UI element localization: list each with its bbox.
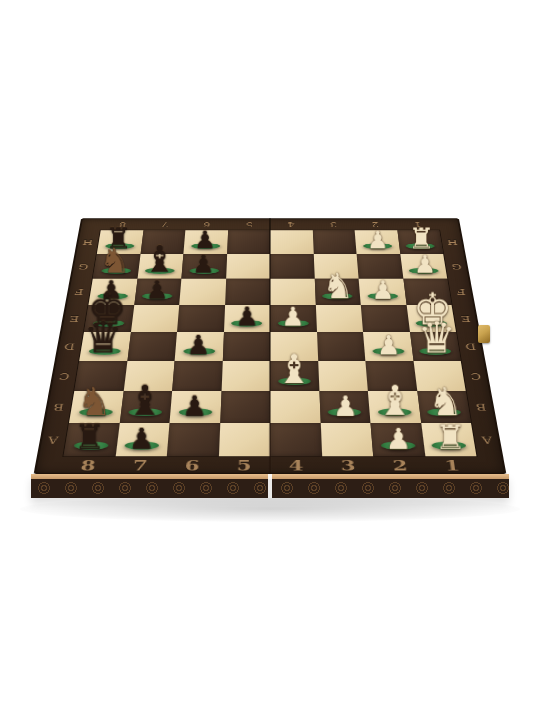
board-frame: ♜♟♟♜♞♝♟♟♟♟♞♟♚♟♟♚♛♟♟♛♝♞♝♟♟♝♞♜♟♟♜ 87654321… <box>34 218 507 474</box>
far-rank-label-6: 6 <box>185 218 228 230</box>
square-f7: ♟ <box>134 279 182 305</box>
square-e4: ♟ <box>270 305 317 332</box>
near-rank-label-8: 8 <box>61 456 116 474</box>
square-a6 <box>167 423 220 457</box>
chessboard: ♜♟♟♜♞♝♟♟♟♟♞♟♚♟♟♚♛♟♟♛♝♞♝♟♟♝♞♜♟♟♜ 87654321… <box>34 218 507 474</box>
right-file-label-G: G <box>443 254 470 279</box>
right-file-label-B: B <box>466 391 497 423</box>
white-pawn-e4: ♟ <box>282 306 305 330</box>
square-e5: ♟ <box>224 305 271 332</box>
square-f2: ♟ <box>359 279 407 305</box>
square-d2: ♟ <box>363 332 413 361</box>
black-rook-a8: ♜ <box>74 422 105 454</box>
white-pawn-d2: ♟ <box>377 334 401 358</box>
square-e2 <box>361 305 410 332</box>
brass-clasp-icon <box>478 325 490 343</box>
product-photo-scene: ♜♟♟♜♞♝♟♟♟♟♞♟♚♟♟♚♛♟♟♛♝♞♝♟♟♝♞♜♟♟♜ 87654321… <box>0 0 540 720</box>
left-file-label-D: D <box>55 332 84 361</box>
square-b5 <box>220 391 270 423</box>
left-file-label-A: A <box>37 423 69 457</box>
black-bishop-b7: ♝ <box>126 382 163 420</box>
square-g1: ♟ <box>400 254 447 279</box>
black-pawn-a7: ♟ <box>128 427 154 453</box>
white-pawn-f2: ♟ <box>372 279 395 302</box>
square-a4 <box>270 423 322 457</box>
square-f3: ♞ <box>314 279 360 305</box>
square-c4: ♝ <box>270 361 319 391</box>
square-c5 <box>221 361 270 391</box>
square-a7: ♟ <box>115 423 169 457</box>
rank-labels-far: 87654321 <box>101 218 439 230</box>
white-bishop-b2: ♝ <box>377 382 414 420</box>
square-g4 <box>270 254 314 279</box>
white-pawn-a2: ♟ <box>386 427 412 453</box>
box-fold-gap <box>268 474 272 498</box>
near-rank-label-5: 5 <box>218 456 270 474</box>
near-rank-label-7: 7 <box>113 456 167 474</box>
white-bishop-c4: ♝ <box>277 352 313 389</box>
far-rank-label-3: 3 <box>312 218 355 230</box>
square-a8: ♜ <box>64 423 120 457</box>
black-queen-d8: ♛ <box>84 319 123 359</box>
left-file-label-G: G <box>70 254 97 279</box>
square-e6 <box>177 305 225 332</box>
black-pawn-d6: ♟ <box>187 334 211 358</box>
square-f6 <box>179 279 225 305</box>
square-d5 <box>222 332 270 361</box>
white-knight-f3: ♞ <box>322 270 353 302</box>
square-a1: ♜ <box>421 423 477 457</box>
right-file-label-C: C <box>461 361 491 391</box>
near-rank-label-6: 6 <box>165 456 218 474</box>
square-b7: ♝ <box>119 391 172 423</box>
right-file-label-H: H <box>439 230 465 254</box>
black-bishop-g7: ♝ <box>143 243 175 276</box>
square-b3: ♟ <box>319 391 371 423</box>
square-h2: ♟ <box>355 230 400 254</box>
right-file-label-A: A <box>471 423 503 457</box>
box-front-face <box>31 474 509 498</box>
near-rank-label-4: 4 <box>270 456 322 474</box>
board-shadow <box>20 496 520 522</box>
square-c3 <box>318 361 368 391</box>
square-b2: ♝ <box>368 391 421 423</box>
far-rank-label-2: 2 <box>354 218 397 230</box>
square-g5 <box>226 254 270 279</box>
square-d3 <box>317 332 366 361</box>
square-a2: ♟ <box>370 423 424 457</box>
far-rank-label-7: 7 <box>143 218 186 230</box>
square-b6: ♟ <box>170 391 222 423</box>
black-pawn-f7: ♟ <box>145 279 168 302</box>
black-knight-b8: ♞ <box>77 384 112 420</box>
square-a3 <box>320 423 373 457</box>
far-rank-label-8: 8 <box>101 218 145 230</box>
square-a5 <box>218 423 270 457</box>
square-h3 <box>312 230 356 254</box>
white-rook-a1: ♜ <box>435 422 466 454</box>
square-h4 <box>270 230 313 254</box>
black-pawn-h6: ♟ <box>194 230 216 252</box>
square-e7 <box>131 305 180 332</box>
black-pawn-b6: ♟ <box>182 394 207 420</box>
square-d6: ♟ <box>175 332 224 361</box>
far-rank-label-1: 1 <box>395 218 439 230</box>
square-c6 <box>172 361 222 391</box>
left-file-label-H: H <box>75 230 101 254</box>
near-rank-label-3: 3 <box>322 456 375 474</box>
black-pawn-g6: ♟ <box>193 254 215 277</box>
near-rank-label-1: 1 <box>425 456 480 474</box>
black-knight-g8: ♞ <box>100 245 131 276</box>
near-rank-label-2: 2 <box>373 456 427 474</box>
square-d1: ♛ <box>410 332 461 361</box>
left-file-label-C: C <box>49 361 79 391</box>
square-b4 <box>270 391 320 423</box>
far-rank-label-4: 4 <box>270 218 312 230</box>
square-d8: ♛ <box>79 332 130 361</box>
far-rank-label-5: 5 <box>228 218 270 230</box>
black-pawn-e5: ♟ <box>235 306 258 330</box>
square-h5 <box>227 230 270 254</box>
white-pawn-h2: ♟ <box>367 230 389 252</box>
white-pawn-b3: ♟ <box>333 394 358 420</box>
white-pawn-g1: ♟ <box>414 254 436 277</box>
right-file-label-F: F <box>447 279 475 305</box>
square-e3 <box>315 305 363 332</box>
left-file-label-F: F <box>65 279 93 305</box>
white-knight-b1: ♞ <box>428 384 463 420</box>
white-queen-d1: ♛ <box>417 319 456 359</box>
square-g6: ♟ <box>181 254 226 279</box>
square-d7 <box>127 332 177 361</box>
